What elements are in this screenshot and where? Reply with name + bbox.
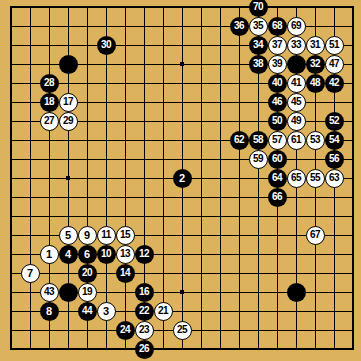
stone-black-68: 68: [268, 17, 287, 36]
handicap-stone-black: [59, 283, 78, 302]
stone-black-26: 26: [135, 340, 154, 359]
stone-white-67: 67: [306, 226, 325, 245]
stone-black-52: 52: [325, 112, 344, 131]
stone-black-36: 36: [230, 17, 249, 36]
stone-black-34: 34: [249, 36, 268, 55]
stone-black-58: 58: [249, 131, 268, 150]
stone-black-60: 60: [268, 150, 287, 169]
go-board: 1234567891011121314151617181920212223242…: [0, 0, 361, 361]
stone-black-18: 18: [40, 93, 59, 112]
stone-black-8: 8: [40, 302, 59, 321]
stone-white-33: 33: [287, 36, 306, 55]
stone-white-31: 31: [306, 36, 325, 55]
stone-white-39: 39: [268, 55, 287, 74]
stone-white-55: 55: [306, 169, 325, 188]
stone-white-43: 43: [40, 283, 59, 302]
stone-black-54: 54: [325, 131, 344, 150]
stone-black-20: 20: [78, 264, 97, 283]
stone-white-59: 59: [249, 150, 268, 169]
stone-white-27: 27: [40, 112, 59, 131]
stone-black-14: 14: [116, 264, 135, 283]
stone-black-28: 28: [40, 74, 59, 93]
stone-white-65: 65: [287, 169, 306, 188]
stone-black-6: 6: [78, 245, 97, 264]
stone-black-38: 38: [249, 55, 268, 74]
stone-white-7: 7: [21, 264, 40, 283]
handicap-stone-black: [287, 283, 306, 302]
handicap-stone-black: [287, 55, 306, 74]
stone-white-1: 1: [40, 245, 59, 264]
stone-white-29: 29: [59, 112, 78, 131]
stone-black-2: 2: [173, 169, 192, 188]
stones-layer: 1234567891011121314151617181920212223242…: [2, 0, 361, 359]
stone-black-64: 64: [268, 169, 287, 188]
stone-white-21: 21: [154, 302, 173, 321]
stone-white-41: 41: [287, 74, 306, 93]
stone-black-50: 50: [268, 112, 287, 131]
stone-black-30: 30: [97, 36, 116, 55]
stone-black-40: 40: [268, 74, 287, 93]
stone-black-4: 4: [59, 245, 78, 264]
stone-white-49: 49: [287, 112, 306, 131]
stone-black-32: 32: [306, 55, 325, 74]
stone-black-10: 10: [97, 245, 116, 264]
stone-black-48: 48: [306, 74, 325, 93]
stone-white-13: 13: [116, 245, 135, 264]
stone-white-37: 37: [268, 36, 287, 55]
stone-black-56: 56: [325, 150, 344, 169]
stone-white-57: 57: [268, 131, 287, 150]
stone-black-46: 46: [268, 93, 287, 112]
stone-black-44: 44: [78, 302, 97, 321]
stone-black-66: 66: [268, 188, 287, 207]
handicap-stone-black: [59, 55, 78, 74]
stone-white-19: 19: [78, 283, 97, 302]
stone-white-17: 17: [59, 93, 78, 112]
stone-white-15: 15: [116, 226, 135, 245]
stone-white-23: 23: [135, 321, 154, 340]
stone-white-9: 9: [78, 226, 97, 245]
stone-white-63: 63: [325, 169, 344, 188]
stone-white-3: 3: [97, 302, 116, 321]
stone-white-5: 5: [59, 226, 78, 245]
stone-black-42: 42: [325, 74, 344, 93]
stone-white-53: 53: [306, 131, 325, 150]
stone-black-16: 16: [135, 283, 154, 302]
stone-black-12: 12: [135, 245, 154, 264]
stone-white-61: 61: [287, 131, 306, 150]
stone-black-62: 62: [230, 131, 249, 150]
stone-white-47: 47: [325, 55, 344, 74]
stone-white-45: 45: [287, 93, 306, 112]
stone-black-70: 70: [249, 0, 268, 17]
stone-white-69: 69: [287, 17, 306, 36]
stone-white-51: 51: [325, 36, 344, 55]
stone-white-11: 11: [97, 226, 116, 245]
stone-white-25: 25: [173, 321, 192, 340]
stone-white-35: 35: [249, 17, 268, 36]
stone-black-24: 24: [116, 321, 135, 340]
stone-black-22: 22: [135, 302, 154, 321]
